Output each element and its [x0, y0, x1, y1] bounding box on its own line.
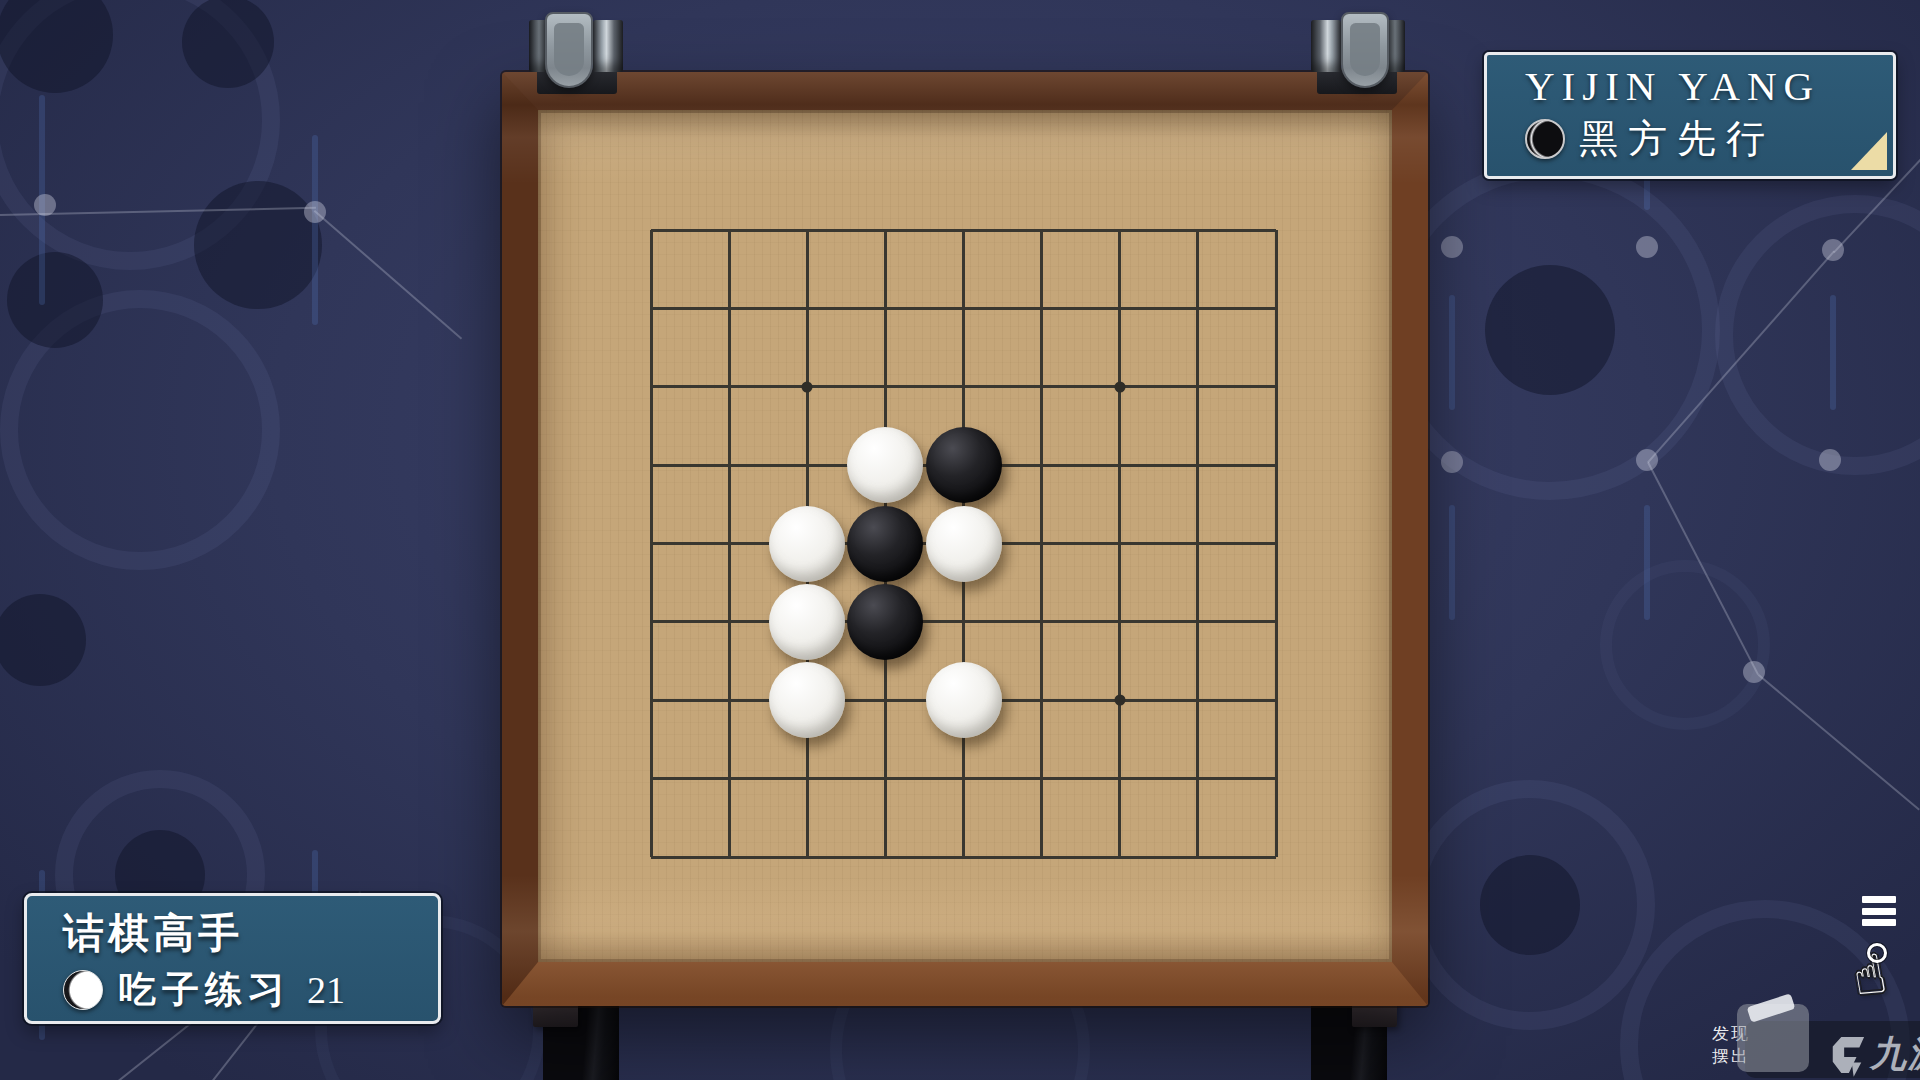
- black-stone[interactable]: ●: [847, 584, 923, 660]
- star-point: [1114, 695, 1125, 706]
- puzzle-subtitle-row: 吃子练习 21: [63, 965, 424, 1015]
- turn-text: 黑方先行: [1579, 112, 1775, 166]
- grid-line-v: [1040, 230, 1043, 857]
- turn-indicator: 黑方先行: [1525, 112, 1879, 166]
- jiuyou-logo-icon: [1828, 1033, 1866, 1077]
- grid-line-v: [1118, 230, 1121, 857]
- white-stone[interactable]: ●: [769, 662, 845, 738]
- white-stone[interactable]: ●: [926, 506, 1002, 582]
- black-stone[interactable]: ●: [926, 427, 1002, 503]
- puzzle-panel: 诘棋高手 吃子练习 21: [24, 893, 441, 1024]
- watermark: 九游: [1828, 1030, 1920, 1079]
- grid-line-h: [651, 620, 1276, 623]
- white-stone[interactable]: ●: [769, 506, 845, 582]
- white-stone[interactable]: ●: [769, 584, 845, 660]
- grid-line-h: [651, 856, 1276, 859]
- game-scene: ●●●●●●●●● YIJIN YANG 黑方先行 诘棋高手 吃子练习 21 ☝: [0, 0, 1920, 1080]
- go-board-frame: ●●●●●●●●●: [502, 72, 1428, 1006]
- grid-line-h: [651, 777, 1276, 780]
- go-board[interactable]: ●●●●●●●●●: [538, 110, 1392, 962]
- star-point: [1114, 381, 1125, 392]
- watermark-text: 九游: [1870, 1030, 1920, 1079]
- white-stone-icon: [63, 970, 103, 1010]
- star-point: [802, 381, 813, 392]
- white-stone[interactable]: ●: [847, 427, 923, 503]
- player-name: YIJIN YANG: [1525, 63, 1879, 110]
- grid-line-v: [1196, 230, 1199, 857]
- panel-corner-triangle[interactable]: [1851, 132, 1887, 170]
- menu-button[interactable]: [1862, 896, 1896, 926]
- grid-line-v: [1275, 230, 1278, 857]
- black-stone[interactable]: ●: [847, 506, 923, 582]
- click-ring-icon: [1867, 943, 1887, 963]
- board-clamp-right: [1311, 12, 1403, 88]
- exercise-number: 21: [307, 968, 345, 1012]
- exercise-label: 吃子练习: [119, 965, 291, 1015]
- hamburger-menu-icon: [1862, 896, 1896, 903]
- puzzle-title: 诘棋高手: [63, 906, 424, 961]
- player-panel: YIJIN YANG 黑方先行: [1484, 52, 1896, 179]
- board-clamp-left: [531, 12, 623, 88]
- black-stone-icon: [1525, 119, 1565, 159]
- go-grid: ●●●●●●●●●: [651, 230, 1276, 857]
- white-stone[interactable]: ●: [926, 662, 1002, 738]
